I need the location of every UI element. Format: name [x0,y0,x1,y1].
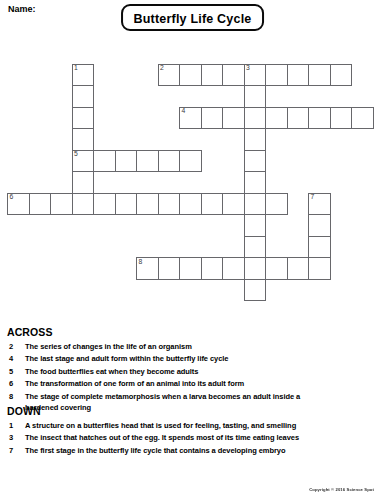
crossword-grid: 15234678 [0,0,381,310]
grid-cell-r0c12[interactable] [265,64,288,87]
grid-cell-r5c3[interactable] [72,171,95,194]
grid-cell-r4c4[interactable] [93,150,116,173]
grid-cell-r9c11[interactable] [244,257,267,280]
across-clue-5: 5The food butterflies eat when they beco… [7,366,379,378]
cell-number-4: 4 [182,108,186,115]
clue-text: The insect that hatches out of the egg. … [25,432,379,444]
cell-number-3: 3 [246,65,250,72]
grid-cell-r2c14[interactable] [308,107,331,130]
grid-cell-r0c14[interactable] [308,64,331,87]
clue-text: The first stage in the butterfly life cy… [25,445,379,457]
across-heading: ACROSS [7,326,379,338]
grid-cell-r2c3[interactable] [72,107,95,130]
grid-cell-r0c7[interactable]: 2 [158,64,181,87]
grid-cell-r9c8[interactable] [179,257,202,280]
down-section: DOWN 1A structure on a butterflies head … [7,405,379,457]
grid-cell-r4c3[interactable]: 5 [72,150,95,173]
grid-cell-r6c5[interactable] [115,193,138,216]
grid-cell-r7c14[interactable] [308,214,331,237]
clue-number: 4 [7,353,25,365]
grid-cell-r0c15[interactable] [330,64,353,87]
grid-cell-r9c10[interactable] [222,257,245,280]
clue-number: 6 [7,378,25,390]
grid-cell-r2c8[interactable]: 4 [179,107,202,130]
grid-cell-r6c0[interactable]: 6 [7,193,30,216]
cell-number-7: 7 [311,194,315,201]
grid-cell-r2c16[interactable] [351,107,374,130]
grid-cell-r9c13[interactable] [287,257,310,280]
grid-cell-r8c14[interactable] [308,236,331,259]
down-clue-7: 7The first stage in the butterfly life c… [7,445,379,457]
grid-cell-r6c2[interactable] [50,193,73,216]
grid-cell-r0c10[interactable] [222,64,245,87]
worksheet-page: Name: Butterfly Life Cycle 15234678 ACRO… [0,0,381,500]
down-clue-3: 3The insect that hatches out of the egg.… [7,432,379,444]
clue-number: 7 [7,445,25,457]
cell-number-8: 8 [139,259,143,266]
grid-cell-r6c8[interactable] [179,193,202,216]
clue-text: A structure on a butterflies head that i… [25,420,379,432]
cell-number-6: 6 [10,194,14,201]
grid-cell-r9c14[interactable] [308,257,331,280]
grid-cell-r3c3[interactable] [72,128,95,151]
clue-text: The transformation of one form of an ani… [25,378,379,390]
grid-cell-r2c9[interactable] [201,107,224,130]
grid-cell-r6c11[interactable] [244,193,267,216]
down-heading: DOWN [7,405,379,417]
across-clue-8: 8The stage of complete metamorphosis whe… [7,391,379,403]
grid-cell-r9c9[interactable] [201,257,224,280]
grid-cell-r9c12[interactable] [265,257,288,280]
cell-number-2: 2 [160,65,164,72]
grid-cell-r0c11[interactable]: 3 [244,64,267,87]
across-clue-list: 2The series of changes in the life of an… [7,341,379,413]
cell-number-1: 1 [74,65,78,72]
grid-cell-r5c11[interactable] [244,171,267,194]
grid-cell-r0c13[interactable] [287,64,310,87]
clue-text: The last stage and adult form within the… [25,353,379,365]
cell-number-5: 5 [74,151,78,158]
grid-cell-r6c10[interactable] [222,193,245,216]
grid-cell-r6c3[interactable] [72,193,95,216]
grid-cell-r6c7[interactable] [158,193,181,216]
across-clue-4: 4The last stage and adult form within th… [7,353,379,365]
clue-text: The food butterflies eat when they becom… [25,366,379,378]
grid-cell-r6c9[interactable] [201,193,224,216]
clue-number: 1 [7,420,25,432]
across-section: ACROSS 2The series of changes in the lif… [7,326,379,413]
grid-cell-r6c6[interactable] [136,193,159,216]
grid-cell-r7c11[interactable] [244,214,267,237]
grid-cell-r6c14[interactable]: 7 [308,193,331,216]
clue-text: The stage of complete metamorphosis when… [25,391,379,403]
grid-cell-r0c8[interactable] [179,64,202,87]
clue-number: 8 [7,391,25,403]
grid-cell-r1c3[interactable] [72,85,95,108]
grid-cell-r4c11[interactable] [244,150,267,173]
grid-cell-r2c10[interactable] [222,107,245,130]
grid-cell-r1c11[interactable] [244,85,267,108]
grid-cell-r4c7[interactable] [158,150,181,173]
grid-cell-r6c1[interactable] [29,193,52,216]
grid-cell-r2c13[interactable] [287,107,310,130]
grid-cell-r2c11[interactable] [244,107,267,130]
grid-cell-r3c11[interactable] [244,128,267,151]
across-clue-6: 6The transformation of one form of an an… [7,378,379,390]
across-clue-2: 2The series of changes in the life of an… [7,341,379,353]
grid-cell-r2c15[interactable] [330,107,353,130]
clue-number: 3 [7,432,25,444]
grid-cell-r9c6[interactable]: 8 [136,257,159,280]
grid-cell-r6c12[interactable] [265,193,288,216]
grid-cell-r6c4[interactable] [93,193,116,216]
grid-cell-r4c5[interactable] [115,150,138,173]
grid-cell-r4c6[interactable] [136,150,159,173]
clue-text: The series of changes in the life of an … [25,341,379,353]
grid-cell-r0c3[interactable]: 1 [72,64,95,87]
down-clue-1: 1A structure on a butterflies head that … [7,420,379,432]
grid-cell-r8c11[interactable] [244,236,267,259]
clue-number: 2 [7,341,25,353]
clue-number: 5 [7,366,25,378]
grid-cell-r10c11[interactable] [244,279,267,302]
down-clue-list: 1A structure on a butterflies head that … [7,420,379,457]
grid-cell-r2c12[interactable] [265,107,288,130]
grid-cell-r9c7[interactable] [158,257,181,280]
grid-cell-r0c9[interactable] [201,64,224,87]
copyright-text: Copyright © 2016 Science Spot [309,487,374,492]
grid-cell-r4c8[interactable] [179,150,202,173]
